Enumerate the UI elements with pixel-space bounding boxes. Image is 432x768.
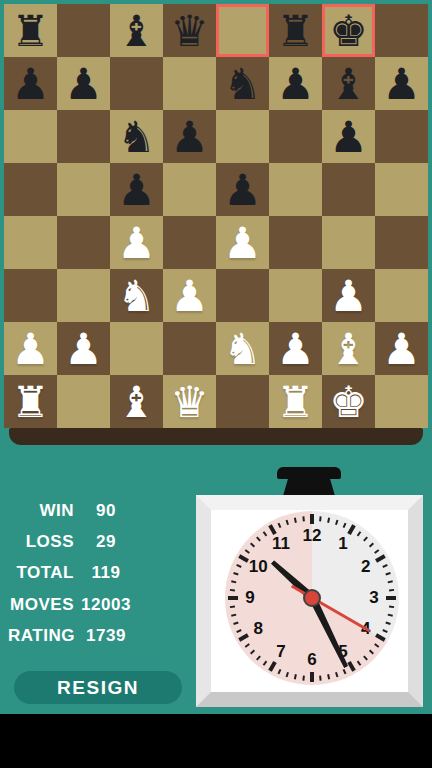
hour-tick — [310, 672, 314, 682]
minute-tick — [319, 675, 322, 680]
minute-tick — [369, 649, 374, 654]
square-b6[interactable] — [57, 110, 110, 163]
clock-button-stem — [283, 478, 335, 496]
chess-clock: 121234567891011 — [196, 495, 423, 707]
minute-tick — [335, 671, 338, 676]
minute-tick — [388, 613, 393, 616]
square-a5[interactable] — [4, 163, 57, 216]
resign-button[interactable]: RESIGN — [14, 671, 182, 704]
white-pawn: ♟ — [57, 322, 110, 376]
black-rook: ♜ — [4, 4, 57, 58]
square-h8[interactable] — [375, 4, 428, 57]
square-g6[interactable]: ♟ — [322, 110, 375, 163]
minute-tick — [327, 674, 330, 679]
stat-value: 29 — [79, 532, 133, 552]
minute-tick — [385, 621, 390, 624]
square-g3[interactable]: ♟ — [322, 269, 375, 322]
stat-label: WIN — [8, 501, 74, 521]
minute-tick — [327, 517, 330, 522]
clock-number-6: 6 — [301, 649, 323, 671]
square-f1[interactable]: ♜ — [269, 375, 322, 428]
square-f6[interactable] — [269, 110, 322, 163]
square-h5[interactable] — [375, 163, 428, 216]
square-c3[interactable]: ♞ — [110, 269, 163, 322]
minute-tick — [357, 531, 362, 536]
square-d1[interactable]: ♛ — [163, 375, 216, 428]
white-rook: ♜ — [4, 375, 57, 429]
square-f4[interactable] — [269, 216, 322, 269]
minute-tick — [245, 549, 250, 554]
square-c5[interactable]: ♟ — [110, 163, 163, 216]
square-h1[interactable] — [375, 375, 428, 428]
white-bishop: ♝ — [110, 375, 163, 429]
minute-tick — [389, 605, 394, 608]
minute-tick — [335, 519, 338, 524]
minute-tick — [231, 580, 236, 583]
black-pawn: ♟ — [110, 163, 163, 217]
minute-tick — [245, 643, 250, 648]
minute-tick — [385, 572, 390, 575]
square-f5[interactable] — [269, 163, 322, 216]
square-c7[interactable] — [110, 57, 163, 110]
minute-tick — [230, 588, 235, 591]
white-king: ♚ — [322, 375, 375, 429]
stat-row-win: WIN90 — [8, 495, 133, 526]
hour-tick — [228, 596, 238, 600]
square-e4[interactable]: ♟ — [216, 216, 269, 269]
black-bishop: ♝ — [322, 57, 375, 111]
white-pawn: ♟ — [269, 322, 322, 376]
black-pawn: ♟ — [57, 57, 110, 111]
square-e6[interactable] — [216, 110, 269, 163]
square-e2[interactable]: ♞ — [216, 322, 269, 375]
square-h6[interactable] — [375, 110, 428, 163]
square-a7[interactable]: ♟ — [4, 57, 57, 110]
square-e5[interactable]: ♟ — [216, 163, 269, 216]
square-d4[interactable] — [163, 216, 216, 269]
white-bishop: ♝ — [322, 322, 375, 376]
stat-value: 12003 — [79, 595, 133, 615]
black-knight: ♞ — [110, 110, 163, 164]
square-e3[interactable] — [216, 269, 269, 322]
minute-tick — [286, 671, 289, 676]
square-e1[interactable] — [216, 375, 269, 428]
stats-panel: WIN90LOSS29TOTAL119MOVES12003RATING1739 — [8, 495, 133, 652]
minute-tick — [343, 668, 347, 673]
square-d8[interactable]: ♛ — [163, 4, 216, 57]
square-c2[interactable] — [110, 322, 163, 375]
square-a6[interactable] — [4, 110, 57, 163]
minute-tick — [382, 629, 387, 633]
square-c1[interactable]: ♝ — [110, 375, 163, 428]
system-nav-bar — [0, 714, 432, 768]
square-a1[interactable]: ♜ — [4, 375, 57, 428]
square-d2[interactable] — [163, 322, 216, 375]
square-g8[interactable]: ♚ — [322, 4, 375, 57]
black-pawn: ♟ — [4, 57, 57, 111]
hour-tick — [386, 596, 396, 600]
square-e7[interactable]: ♞ — [216, 57, 269, 110]
clock-number-10: 10 — [247, 556, 269, 578]
minute-tick — [294, 674, 297, 679]
minute-tick — [302, 675, 305, 680]
clock-number-3: 3 — [363, 587, 385, 609]
square-b7[interactable]: ♟ — [57, 57, 110, 110]
black-pawn: ♟ — [163, 110, 216, 164]
white-pawn: ♟ — [375, 322, 428, 376]
minute-tick — [250, 542, 255, 547]
minute-tick — [256, 536, 261, 541]
square-d3[interactable]: ♟ — [163, 269, 216, 322]
clock-button-cap — [277, 467, 341, 479]
white-queen: ♛ — [163, 375, 216, 429]
stat-row-moves: MOVES12003 — [8, 589, 133, 620]
stat-value: 90 — [79, 501, 133, 521]
square-c6[interactable]: ♞ — [110, 110, 163, 163]
minute-tick — [286, 519, 289, 524]
square-d6[interactable]: ♟ — [163, 110, 216, 163]
minute-tick — [231, 613, 236, 616]
clock-number-9: 9 — [239, 587, 261, 609]
square-g1[interactable]: ♚ — [322, 375, 375, 428]
black-bishop: ♝ — [110, 4, 163, 58]
clock-face: 121234567891011 — [225, 511, 399, 685]
square-g2[interactable]: ♝ — [322, 322, 375, 375]
black-rook: ♜ — [269, 4, 322, 58]
white-pawn: ♟ — [163, 269, 216, 323]
minute-tick — [263, 660, 268, 665]
board-base — [9, 428, 423, 445]
square-f3[interactable] — [269, 269, 322, 322]
black-pawn: ♟ — [322, 110, 375, 164]
white-knight: ♞ — [216, 322, 269, 376]
minute-tick — [302, 516, 305, 521]
white-rook: ♜ — [269, 375, 322, 429]
stat-row-total: TOTAL119 — [8, 558, 133, 589]
square-d5[interactable] — [163, 163, 216, 216]
black-king: ♚ — [322, 4, 375, 58]
square-c8[interactable]: ♝ — [110, 4, 163, 57]
black-knight: ♞ — [216, 57, 269, 111]
black-queen: ♛ — [163, 4, 216, 58]
minute-tick — [357, 660, 362, 665]
stat-label: MOVES — [8, 595, 74, 615]
white-pawn: ♟ — [110, 216, 163, 270]
minute-tick — [263, 531, 268, 536]
hour-tick — [310, 514, 314, 524]
square-g4[interactable] — [322, 216, 375, 269]
minute-tick — [388, 580, 393, 583]
white-knight: ♞ — [110, 269, 163, 323]
minute-tick — [233, 621, 238, 624]
square-f2[interactable]: ♟ — [269, 322, 322, 375]
clock-hub — [303, 589, 321, 607]
minute-tick — [382, 564, 387, 568]
square-f8[interactable]: ♜ — [269, 4, 322, 57]
minute-tick — [236, 629, 241, 633]
stat-value: 1739 — [79, 626, 133, 646]
stat-label: RATING — [8, 626, 74, 646]
black-pawn: ♟ — [269, 57, 322, 111]
square-a8[interactable]: ♜ — [4, 4, 57, 57]
square-b2[interactable]: ♟ — [57, 322, 110, 375]
stat-value: 119 — [79, 563, 133, 583]
square-g5[interactable] — [322, 163, 375, 216]
square-a4[interactable] — [4, 216, 57, 269]
square-a3[interactable] — [4, 269, 57, 322]
minute-tick — [363, 536, 368, 541]
white-pawn: ♟ — [322, 269, 375, 323]
clock-number-8: 8 — [247, 618, 269, 640]
clock-number-2: 2 — [355, 556, 377, 578]
square-c4[interactable]: ♟ — [110, 216, 163, 269]
minute-tick — [230, 605, 235, 608]
square-h2[interactable]: ♟ — [375, 322, 428, 375]
clock-number-12: 12 — [301, 525, 323, 547]
minute-tick — [389, 588, 394, 591]
stat-row-rating: RATING1739 — [8, 621, 133, 652]
square-b8[interactable] — [57, 4, 110, 57]
chess-board: ♜♝♛♜♚♟♟♞♟♝♟♞♟♟♟♟♟♟♞♟♟♟♟♞♟♝♟♜♝♛♜♚ — [4, 4, 428, 428]
minute-tick — [343, 522, 347, 527]
square-e8[interactable] — [216, 4, 269, 57]
minute-tick — [374, 549, 379, 554]
square-h7[interactable]: ♟ — [375, 57, 428, 110]
square-g7[interactable]: ♝ — [322, 57, 375, 110]
minute-tick — [363, 655, 368, 660]
square-b3[interactable] — [57, 269, 110, 322]
square-b4[interactable] — [57, 216, 110, 269]
square-f7[interactable]: ♟ — [269, 57, 322, 110]
minute-tick — [278, 522, 282, 527]
square-d7[interactable] — [163, 57, 216, 110]
clock-number-1: 1 — [332, 533, 354, 555]
minute-tick — [369, 542, 374, 547]
minute-tick — [319, 516, 322, 521]
clock-number-11: 11 — [270, 533, 292, 555]
black-pawn: ♟ — [216, 163, 269, 217]
square-a2[interactable]: ♟ — [4, 322, 57, 375]
black-pawn: ♟ — [375, 57, 428, 111]
square-h4[interactable] — [375, 216, 428, 269]
minute-tick — [236, 564, 241, 568]
white-pawn: ♟ — [4, 322, 57, 376]
white-pawn: ♟ — [216, 216, 269, 270]
second-hand — [290, 585, 369, 633]
square-b5[interactable] — [57, 163, 110, 216]
clock-number-7: 7 — [270, 641, 292, 663]
stat-label: LOSS — [8, 532, 74, 552]
minute-tick — [250, 649, 255, 654]
minute-tick — [256, 655, 261, 660]
stat-label: TOTAL — [8, 563, 74, 583]
square-h3[interactable] — [375, 269, 428, 322]
square-b1[interactable] — [57, 375, 110, 428]
minute-tick — [233, 572, 238, 575]
minute-tick — [294, 517, 297, 522]
stat-row-loss: LOSS29 — [8, 526, 133, 557]
minute-tick — [374, 643, 379, 648]
minute-tick — [278, 668, 282, 673]
